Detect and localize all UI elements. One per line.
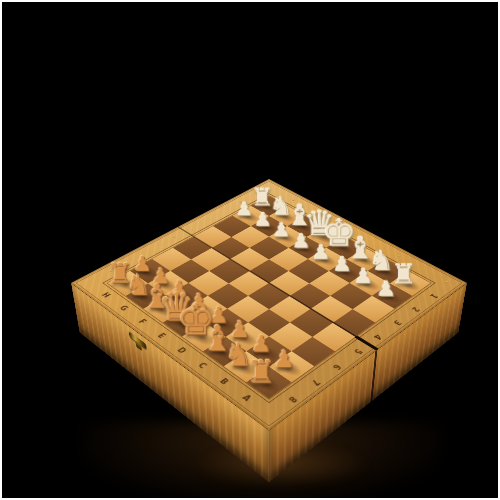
brass-pin [172,236,176,238]
brass-pin [445,280,449,283]
amber-pawn: ♟ [251,333,272,356]
brass-pin [397,255,401,257]
amber-rook: ♜ [247,357,275,388]
cream-pawn: ♟ [312,243,330,263]
amber-pawn: ♟ [273,348,294,372]
cream-pawn: ♟ [273,221,291,241]
board-frame: ♜♞♝♛♚♝♞♜♟♟♟♟♟♟♟♟♟♟♟♟♟♟♟♟♜♞♝♛♚♝♞♜ HGFEDCB… [71,179,467,430]
cream-pawn: ♟ [333,254,352,275]
cream-pawn: ♟ [292,231,310,251]
cream-pawn: ♟ [354,266,373,287]
fold-seam-side [370,350,377,403]
brass-clasp [129,330,148,356]
product-photo: ♜♞♝♛♚♝♞♜♟♟♟♟♟♟♟♟♟♟♟♟♟♟♟♟♜♞♝♛♚♝♞♜ HGFEDCB… [0,0,500,500]
cream-pawn: ♟ [376,279,395,301]
cream-pawn: ♟ [236,200,253,219]
cream-pawn: ♟ [254,210,271,229]
chess-box: ♜♞♝♛♚♝♞♜♟♟♟♟♟♟♟♟♟♟♟♟♟♟♟♟♜♞♝♛♚♝♞♜ HGFEDCB… [71,179,467,430]
